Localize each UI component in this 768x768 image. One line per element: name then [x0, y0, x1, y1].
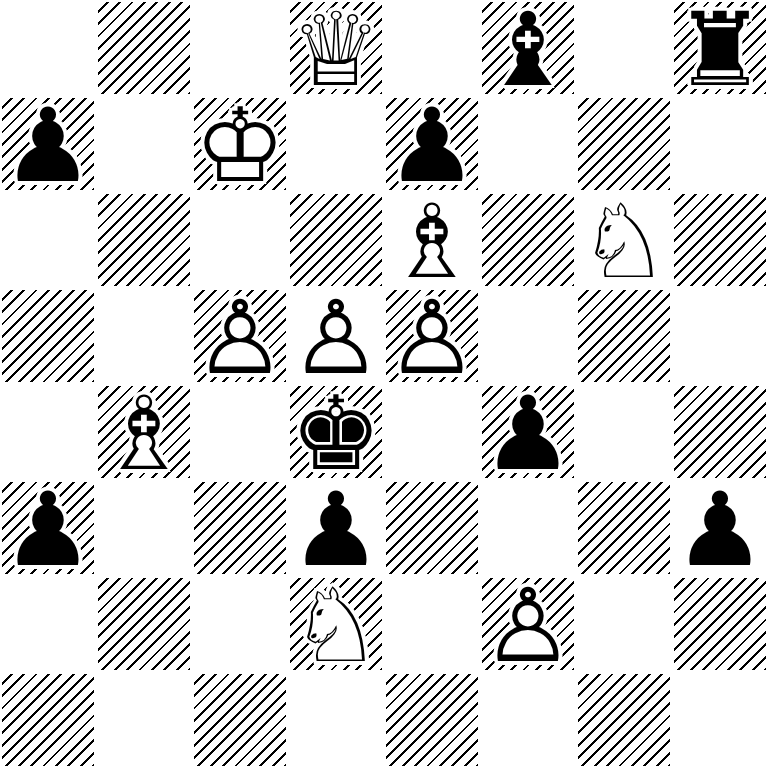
square-h7[interactable]	[672, 96, 768, 192]
square-a2[interactable]	[0, 576, 96, 672]
black-pawn-piece[interactable]: ♟	[384, 98, 480, 194]
square-e1[interactable]	[384, 672, 480, 768]
square-b4[interactable]: ♝♗	[96, 384, 192, 480]
square-e8[interactable]	[384, 0, 480, 96]
chess-board: ♛♕♝♝♜♜♟♟♚♔♟♟♝♗♞♘♟♙♟♙♟♙♝♗♚♚♟♟♟♟♟♟♟♟♞♘♟♙	[0, 0, 768, 768]
black-bishop-piece[interactable]: ♝	[480, 2, 576, 98]
square-g7[interactable]	[576, 96, 672, 192]
square-c7[interactable]: ♚♔	[192, 96, 288, 192]
square-d4[interactable]: ♚♚	[288, 384, 384, 480]
square-c6[interactable]	[192, 192, 288, 288]
square-c2[interactable]	[192, 576, 288, 672]
square-d8[interactable]: ♛♕	[288, 0, 384, 96]
square-f3[interactable]	[480, 480, 576, 576]
square-c5[interactable]: ♟♙	[192, 288, 288, 384]
square-b7[interactable]	[96, 96, 192, 192]
black-pawn-piece[interactable]: ♟	[0, 98, 96, 194]
square-c3[interactable]	[192, 480, 288, 576]
square-e3[interactable]	[384, 480, 480, 576]
square-g4[interactable]	[576, 384, 672, 480]
square-d2[interactable]: ♞♘	[288, 576, 384, 672]
black-pawn-piece[interactable]: ♟	[0, 482, 96, 578]
white-bishop-piece[interactable]: ♗	[96, 386, 192, 482]
square-c1[interactable]	[192, 672, 288, 768]
square-c8[interactable]	[192, 0, 288, 96]
square-e5[interactable]: ♟♙	[384, 288, 480, 384]
square-g1[interactable]	[576, 672, 672, 768]
square-f2[interactable]: ♟♙	[480, 576, 576, 672]
square-c4[interactable]	[192, 384, 288, 480]
square-g5[interactable]	[576, 288, 672, 384]
square-f1[interactable]	[480, 672, 576, 768]
square-a1[interactable]	[0, 672, 96, 768]
square-a6[interactable]	[0, 192, 96, 288]
square-a8[interactable]	[0, 0, 96, 96]
square-d6[interactable]	[288, 192, 384, 288]
square-b1[interactable]	[96, 672, 192, 768]
square-f7[interactable]	[480, 96, 576, 192]
square-d7[interactable]	[288, 96, 384, 192]
square-b2[interactable]	[96, 576, 192, 672]
square-e6[interactable]: ♝♗	[384, 192, 480, 288]
square-e4[interactable]	[384, 384, 480, 480]
square-g6[interactable]: ♞♘	[576, 192, 672, 288]
white-pawn-piece[interactable]: ♙	[384, 290, 480, 386]
square-b8[interactable]	[96, 0, 192, 96]
square-e2[interactable]	[384, 576, 480, 672]
white-bishop-piece[interactable]: ♗	[384, 194, 480, 290]
square-d3[interactable]: ♟♟	[288, 480, 384, 576]
square-h8[interactable]: ♜♜	[672, 0, 768, 96]
square-g8[interactable]	[576, 0, 672, 96]
square-b6[interactable]	[96, 192, 192, 288]
square-h3[interactable]: ♟♟	[672, 480, 768, 576]
square-f8[interactable]: ♝♝	[480, 0, 576, 96]
square-h6[interactable]	[672, 192, 768, 288]
square-a5[interactable]	[0, 288, 96, 384]
white-queen-piece[interactable]: ♕	[288, 2, 384, 98]
white-knight-piece[interactable]: ♘	[288, 578, 384, 674]
black-pawn-piece[interactable]: ♟	[480, 386, 576, 482]
square-d1[interactable]	[288, 672, 384, 768]
white-pawn-piece[interactable]: ♙	[480, 578, 576, 674]
white-pawn-piece[interactable]: ♙	[192, 290, 288, 386]
square-a7[interactable]: ♟♟	[0, 96, 96, 192]
black-pawn-piece[interactable]: ♟	[672, 482, 768, 578]
square-b5[interactable]	[96, 288, 192, 384]
square-e7[interactable]: ♟♟	[384, 96, 480, 192]
square-g3[interactable]	[576, 480, 672, 576]
square-f4[interactable]: ♟♟	[480, 384, 576, 480]
square-h1[interactable]	[672, 672, 768, 768]
black-pawn-piece[interactable]: ♟	[288, 482, 384, 578]
square-d5[interactable]: ♟♙	[288, 288, 384, 384]
square-a3[interactable]: ♟♟	[0, 480, 96, 576]
square-b3[interactable]	[96, 480, 192, 576]
square-g2[interactable]	[576, 576, 672, 672]
square-a4[interactable]	[0, 384, 96, 480]
square-h4[interactable]	[672, 384, 768, 480]
square-h2[interactable]	[672, 576, 768, 672]
white-knight-piece[interactable]: ♘	[576, 194, 672, 290]
black-rook-piece[interactable]: ♜	[672, 2, 768, 98]
square-f5[interactable]	[480, 288, 576, 384]
white-king-piece[interactable]: ♔	[192, 98, 288, 194]
square-h5[interactable]	[672, 288, 768, 384]
white-pawn-piece[interactable]: ♙	[288, 290, 384, 386]
square-f6[interactable]	[480, 192, 576, 288]
black-king-piece[interactable]: ♚	[288, 386, 384, 482]
